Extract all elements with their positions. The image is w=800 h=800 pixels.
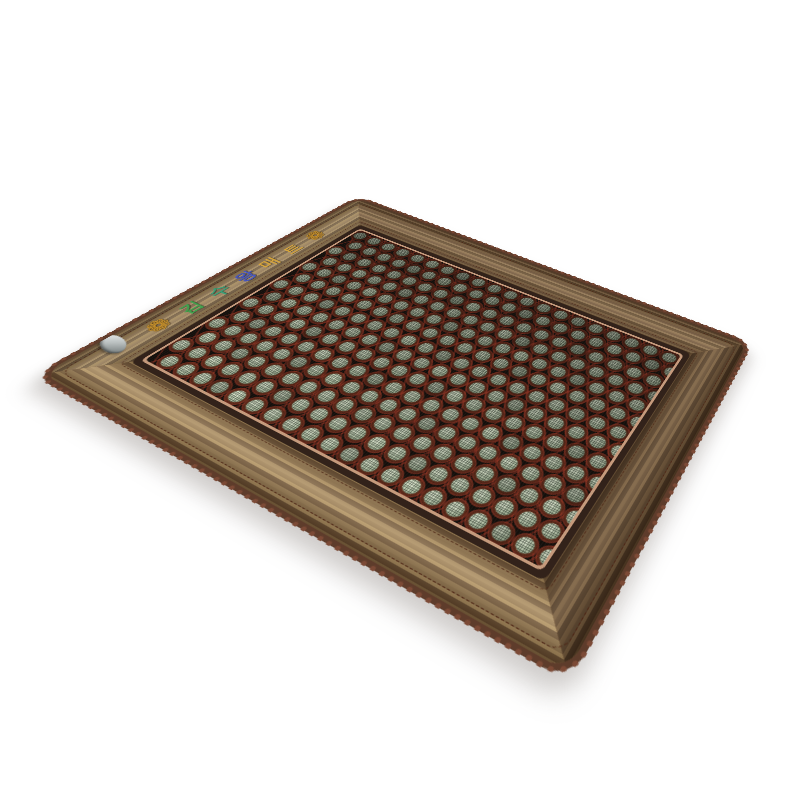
embroidered-hangul-char: 왕: [231, 269, 260, 284]
product-photo-stage: ❁트매왕수김❁: [0, 0, 800, 800]
embroidered-hangul-char: 수: [204, 283, 234, 299]
embroidered-hangul-char: 김: [175, 299, 207, 316]
embroidered-hangul-char: 매: [256, 255, 284, 269]
jade-massage-mat: ❁트매왕수김❁: [33, 196, 753, 683]
embroidered-hangul-char: 트: [279, 242, 306, 255]
